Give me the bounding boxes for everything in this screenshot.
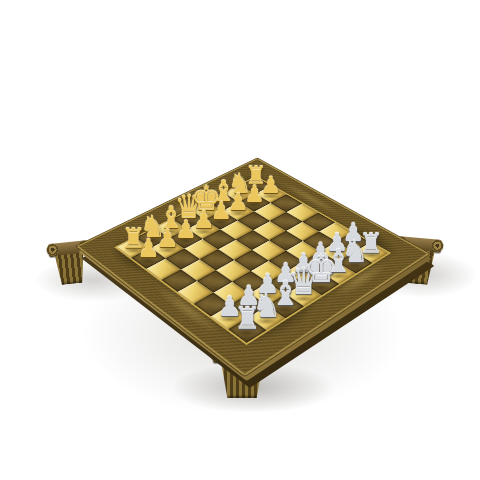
piece-gold-pawn-h7[interactable]: ♟ bbox=[260, 174, 281, 197]
rook-icon: ♜ bbox=[359, 229, 383, 256]
volute-icon bbox=[46, 243, 59, 256]
volute-icon bbox=[431, 239, 444, 252]
product-photo-scene: ♜♞♝♛♚♝♞♜♟♟♟♟♟♟♟♟♟♟♟♟♟♟♟♟♜♞♝♛♚♝♞♜ bbox=[0, 0, 480, 480]
pawn-icon: ♟ bbox=[260, 174, 281, 197]
piece-silver-rook-h1[interactable]: ♜ bbox=[359, 229, 383, 256]
